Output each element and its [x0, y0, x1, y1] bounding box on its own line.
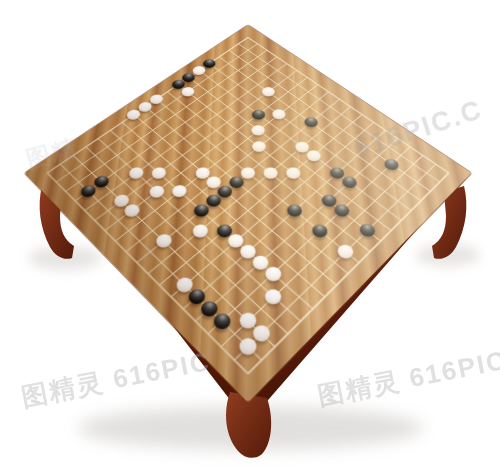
go-table-photo: 图精 616PIC.C 图精灵 616PIC 图精灵 616PIC.C	[0, 0, 500, 469]
